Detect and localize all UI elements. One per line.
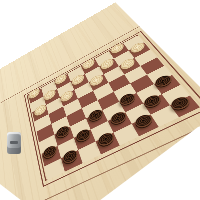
box-latch-icon [7, 132, 21, 154]
photo-stage [0, 0, 200, 200]
